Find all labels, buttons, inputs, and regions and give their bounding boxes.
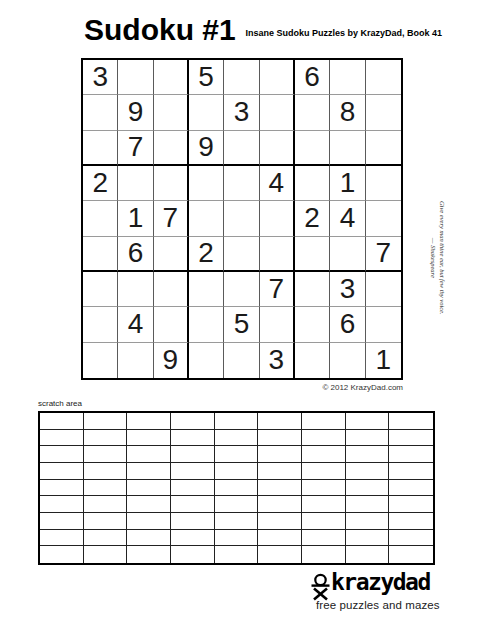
sudoku-cell: [83, 237, 118, 272]
scratch-cell: [40, 546, 84, 563]
scratch-cell: [84, 480, 128, 497]
scratch-cell: [389, 446, 433, 463]
sudoku-cell: [118, 60, 153, 95]
scratch-cell: [258, 430, 302, 447]
sudoku-cell: [330, 131, 365, 166]
scratch-cell: [127, 480, 171, 497]
sudoku-grid: 35693879241172462773456931: [81, 58, 403, 380]
scratch-cell: [84, 530, 128, 547]
sudoku-cell: [366, 272, 401, 307]
sudoku-cell: [118, 272, 153, 307]
sudoku-cell: 2: [189, 237, 224, 272]
scratch-cell: [127, 546, 171, 563]
sudoku-cell: 6: [118, 237, 153, 272]
sudoku-cell: 6: [330, 307, 365, 342]
scratch-cell: [215, 480, 259, 497]
scratch-cell: [171, 480, 215, 497]
scratch-cell: [258, 446, 302, 463]
scratch-cell: [127, 513, 171, 530]
sudoku-cell: [154, 131, 189, 166]
sudoku-cell: [189, 166, 224, 201]
scratch-cell: [84, 546, 128, 563]
sudoku-cell: [83, 343, 118, 378]
sudoku-cell: [366, 131, 401, 166]
sudoku-cell: 7: [154, 201, 189, 236]
scratch-cell: [127, 413, 171, 430]
scratch-cell: [127, 530, 171, 547]
sudoku-cell: [295, 95, 330, 130]
sudoku-cell: [154, 237, 189, 272]
scratch-cell: [40, 463, 84, 480]
sudoku-cell: [295, 131, 330, 166]
page-title: Sudoku #1: [84, 13, 236, 47]
scratch-cell: [171, 446, 215, 463]
sudoku-cell: 3: [330, 272, 365, 307]
scratch-cell: [346, 480, 390, 497]
sudoku-cell: 1: [118, 201, 153, 236]
sudoku-cell: 6: [295, 60, 330, 95]
sudoku-cell: [154, 166, 189, 201]
sudoku-cell: 5: [224, 307, 259, 342]
scratch-cell: [171, 496, 215, 513]
scratch-cell: [346, 463, 390, 480]
sudoku-cell: 7: [366, 237, 401, 272]
sudoku-cell: 4: [330, 201, 365, 236]
scratch-cell: [302, 546, 346, 563]
scratch-cell: [346, 446, 390, 463]
scratch-cell: [215, 463, 259, 480]
scratch-cell: [40, 513, 84, 530]
scratch-cell: [389, 496, 433, 513]
sudoku-cell: 4: [118, 307, 153, 342]
sudoku-cell: [83, 95, 118, 130]
scratch-cell: [389, 513, 433, 530]
sudoku-cell: [189, 343, 224, 378]
scratch-cell: [84, 446, 128, 463]
sudoku-cell: [189, 307, 224, 342]
scratch-cell: [215, 446, 259, 463]
sudoku-cell: 1: [330, 166, 365, 201]
sudoku-cell: [224, 343, 259, 378]
sudoku-cell: [154, 60, 189, 95]
scratch-cell: [389, 530, 433, 547]
sudoku-cell: [118, 343, 153, 378]
scratch-cell: [171, 530, 215, 547]
sudoku-cell: 9: [118, 95, 153, 130]
scratch-cell: [215, 430, 259, 447]
scratch-cell: [84, 496, 128, 513]
sudoku-cell: [189, 95, 224, 130]
quote-attribution: — Shakespeare: [430, 238, 437, 278]
scratch-grid: [38, 411, 435, 565]
scratch-cell: [215, 513, 259, 530]
sudoku-cell: [295, 343, 330, 378]
sudoku-cell: [83, 201, 118, 236]
scratch-cell: [302, 463, 346, 480]
sudoku-cell: [260, 201, 295, 236]
scratch-cell: [215, 413, 259, 430]
sudoku-cell: [366, 201, 401, 236]
scratch-cell: [346, 530, 390, 547]
sudoku-cell: [189, 272, 224, 307]
scratch-cell: [84, 413, 128, 430]
scratch-cell: [389, 430, 433, 447]
scratch-cell: [302, 496, 346, 513]
sudoku-cell: [366, 60, 401, 95]
scratch-cell: [84, 463, 128, 480]
sudoku-cell: [260, 131, 295, 166]
sudoku-cell: [154, 307, 189, 342]
page-subtitle: Insane Sudoku Puzzles by KrazyDad, Book …: [245, 28, 442, 38]
sudoku-cell: [83, 272, 118, 307]
scratch-cell: [127, 430, 171, 447]
scratch-cell: [40, 480, 84, 497]
sudoku-cell: [118, 166, 153, 201]
sudoku-cell: 7: [260, 272, 295, 307]
sudoku-cell: [83, 131, 118, 166]
scratch-cell: [346, 513, 390, 530]
scratch-cell: [258, 413, 302, 430]
scratch-cell: [40, 496, 84, 513]
sudoku-cell: [330, 237, 365, 272]
scratch-cell: [215, 546, 259, 563]
scratch-cell: [258, 546, 302, 563]
sudoku-cell: [224, 237, 259, 272]
scratch-cell: [258, 513, 302, 530]
sudoku-cell: [260, 95, 295, 130]
puzzle-page: Sudoku #1 Insane Sudoku Puzzles by Krazy…: [0, 0, 477, 640]
scratch-cell: [215, 530, 259, 547]
sudoku-cell: [295, 237, 330, 272]
scratch-cell: [302, 446, 346, 463]
sudoku-cell: [330, 60, 365, 95]
sudoku-cell: [330, 343, 365, 378]
scratch-cell: [171, 413, 215, 430]
sudoku-cell: 2: [295, 201, 330, 236]
sudoku-cell: [224, 201, 259, 236]
scratch-cell: [346, 496, 390, 513]
scratch-cell: [346, 430, 390, 447]
krazydad-logo-text: krazydad: [331, 569, 430, 595]
sudoku-cell: 3: [224, 95, 259, 130]
scratch-cell: [84, 430, 128, 447]
scratch-cell: [40, 430, 84, 447]
sudoku-cell: [224, 60, 259, 95]
scratch-cell: [346, 546, 390, 563]
sudoku-cell: [366, 307, 401, 342]
scratch-cell: [302, 513, 346, 530]
scratch-cell: [302, 430, 346, 447]
sudoku-cell: [295, 166, 330, 201]
scratch-cell: [40, 446, 84, 463]
copyright-text: © 2012 KrazyDad.com: [322, 383, 403, 392]
scratch-cell: [40, 413, 84, 430]
scratch-area-label: scratch area: [38, 399, 82, 408]
scratch-cell: [127, 446, 171, 463]
scratch-cell: [127, 496, 171, 513]
sudoku-cell: [366, 166, 401, 201]
sudoku-cell: 7: [118, 131, 153, 166]
logo-tagline: free puzzles and mazes: [316, 599, 440, 611]
sudoku-cell: [366, 95, 401, 130]
margin-quote: Give every man thine ear, but few thy vo…: [428, 193, 446, 323]
scratch-cell: [127, 463, 171, 480]
sudoku-cell: 4: [260, 166, 295, 201]
scratch-cell: [258, 496, 302, 513]
sudoku-cell: [260, 237, 295, 272]
scratch-cell: [258, 480, 302, 497]
sudoku-cell: [224, 166, 259, 201]
sudoku-cell: [295, 307, 330, 342]
scratch-cell: [302, 480, 346, 497]
scratch-cell: [389, 480, 433, 497]
scratch-cell: [258, 530, 302, 547]
scratch-cell: [302, 413, 346, 430]
scratch-cell: [171, 546, 215, 563]
scratch-cell: [171, 513, 215, 530]
sudoku-cell: 9: [154, 343, 189, 378]
scratch-cell: [84, 513, 128, 530]
scratch-cell: [171, 430, 215, 447]
scratch-cell: [389, 546, 433, 563]
sudoku-cell: [189, 201, 224, 236]
sudoku-cell: 2: [83, 166, 118, 201]
sudoku-cell: [224, 131, 259, 166]
scratch-cell: [302, 530, 346, 547]
scratch-cell: [389, 463, 433, 480]
sudoku-cell: [260, 307, 295, 342]
sudoku-cell: [154, 95, 189, 130]
sudoku-cell: 3: [83, 60, 118, 95]
sudoku-cell: [260, 60, 295, 95]
scratch-cell: [389, 413, 433, 430]
sudoku-cell: [295, 272, 330, 307]
scratch-cell: [215, 496, 259, 513]
sudoku-cell: 1: [366, 343, 401, 378]
sudoku-cell: 3: [260, 343, 295, 378]
sudoku-cell: 5: [189, 60, 224, 95]
sudoku-cell: 9: [189, 131, 224, 166]
scratch-cell: [40, 530, 84, 547]
quote-text: Give every man thine ear, but few thy vo…: [439, 201, 446, 315]
sudoku-cell: [224, 272, 259, 307]
scratch-cell: [346, 413, 390, 430]
krazydad-figure-icon: [310, 573, 331, 601]
sudoku-cell: [83, 307, 118, 342]
scratch-cell: [171, 463, 215, 480]
scratch-cell: [258, 463, 302, 480]
sudoku-cell: [154, 272, 189, 307]
sudoku-cell: 8: [330, 95, 365, 130]
